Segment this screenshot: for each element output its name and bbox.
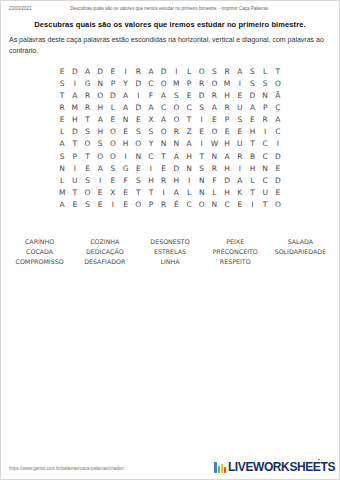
grid-cell-r5c2[interactable]: H — [69, 114, 82, 126]
word-item: LINHA — [137, 257, 202, 267]
grid-cell-r5c11[interactable]: T — [183, 114, 196, 126]
grid-cell-r10c13[interactable]: F — [208, 174, 221, 186]
grid-cell-r6c18[interactable]: C — [272, 126, 285, 138]
grid-cell-r7c9[interactable]: N — [157, 138, 170, 150]
word-item: PRÉCONCEITO — [203, 247, 268, 257]
instructions-text: As palavras deste caça palavras estão es… — [9, 35, 331, 56]
grid-cell-r2c17[interactable]: S — [259, 77, 272, 89]
grid-cell-r7c17[interactable]: C — [259, 138, 272, 150]
grid-cell-r2c9[interactable]: O — [157, 77, 170, 89]
grid-cell-r7c1[interactable]: A — [56, 138, 69, 150]
grid-cell-r1c5[interactable]: E — [107, 65, 120, 77]
grid-cell-r6c4[interactable]: H — [94, 126, 107, 138]
grid-cell-r12c1[interactable]: A — [56, 199, 69, 211]
grid-cell-r3c6[interactable]: A — [119, 89, 132, 101]
grid-cell-r8c12[interactable]: T — [195, 150, 208, 162]
grid-cell-r11c14[interactable]: H — [221, 186, 234, 198]
grid-cell-r11c2[interactable]: T — [69, 186, 82, 198]
grid-cell-r8c5[interactable]: O — [107, 150, 120, 162]
grid-cell-r11c3[interactable]: O — [81, 186, 94, 198]
liveworksheets-logo[interactable]: LIVEWORKSHEETS — [214, 460, 335, 474]
grid-cell-r12c9[interactable]: R — [157, 199, 170, 211]
grid-cell-r11c10[interactable]: A — [170, 186, 183, 198]
grid-cell-r5c18[interactable]: A — [272, 114, 285, 126]
grid-cell-r4c5[interactable]: L — [107, 101, 120, 113]
grid-cell-r2c3[interactable]: G — [81, 77, 94, 89]
grid-cell-r11c4[interactable]: E — [94, 186, 107, 198]
grid-cell-r9c14[interactable]: H — [221, 162, 234, 174]
grid-cell-r5c12[interactable]: I — [195, 114, 208, 126]
logo-bar-green — [218, 466, 220, 473]
grid-cell-r5c7[interactable]: E — [132, 114, 145, 126]
grid-cell-r3c5[interactable]: D — [107, 89, 120, 101]
word-item: COZINHA — [72, 237, 137, 247]
grid-cell-r12c7[interactable]: O — [132, 199, 145, 211]
grid-cell-r6c16[interactable]: H — [246, 126, 259, 138]
grid-cell-r1c10[interactable]: I — [170, 65, 183, 77]
grid-cell-r6c9[interactable]: O — [157, 126, 170, 138]
grid-cell-r1c6[interactable]: I — [119, 65, 132, 77]
grid-cell-r2c5[interactable]: P — [107, 77, 120, 89]
grid-cell-r7c4[interactable]: S — [94, 138, 107, 150]
print-doc-title: Descubras quais são os valores que iremo… — [32, 6, 331, 11]
grid-cell-r5c4[interactable]: A — [94, 114, 107, 126]
grid-cell-r2c6[interactable]: Y — [119, 77, 132, 89]
grid-cell-r10c1[interactable]: L — [56, 174, 69, 186]
grid-cell-r4c15[interactable]: U — [233, 101, 246, 113]
grid-cell-r8c1[interactable]: S — [56, 150, 69, 162]
grid-cell-r2c12[interactable]: R — [195, 77, 208, 89]
grid-cell-r10c7[interactable]: S — [132, 174, 145, 186]
grid-cell-r9c10[interactable]: D — [170, 162, 183, 174]
grid-cell-r1c7[interactable]: R — [132, 65, 145, 77]
grid-cell-r4c7[interactable]: D — [132, 101, 145, 113]
logo-accent-dots — [318, 459, 322, 460]
grid-cell-r6c3[interactable]: S — [81, 126, 94, 138]
grid-cell-r10c11[interactable]: I — [183, 174, 196, 186]
word-item: COCADA — [7, 247, 72, 257]
grid-cell-r5c5[interactable]: E — [107, 114, 120, 126]
grid-cell-r10c17[interactable]: C — [259, 174, 272, 186]
word-item: DESONESTO — [137, 237, 202, 247]
grid-cell-r12c16[interactable]: I — [246, 199, 259, 211]
grid-cell-r6c13[interactable]: O — [208, 126, 221, 138]
grid-cell-r10c8[interactable]: H — [145, 174, 158, 186]
logo-bar-red — [224, 467, 226, 473]
grid-cell-r9c5[interactable]: S — [107, 162, 120, 174]
word-item: SOLIDARIEDADE — [268, 247, 333, 257]
word-item: ESTRELAS — [137, 247, 202, 257]
grid-cell-r8c2[interactable]: P — [69, 150, 82, 162]
word-item: DEDICAÇÃO — [72, 247, 137, 257]
grid-cell-r8c14[interactable]: A — [221, 150, 234, 162]
grid-cell-r11c13[interactable]: L — [208, 186, 221, 198]
worksheet-page: 23/03/2021 Descubras quais são os valore… — [0, 0, 340, 480]
grid-cell-r12c4[interactable]: E — [94, 199, 107, 211]
word-search-grid[interactable]: EDADEIRADILOSRASLTSIGNPYDCOMPROMISSOTARO… — [56, 65, 284, 211]
grid-cell-r7c6[interactable]: H — [119, 138, 132, 150]
logo-bar-yellow — [221, 464, 223, 473]
grid-cell-r11c17[interactable]: U — [259, 186, 272, 198]
grid-cell-r12c18[interactable]: O — [272, 199, 285, 211]
grid-cell-r4c1[interactable]: R — [56, 101, 69, 113]
grid-cell-r11c8[interactable]: T — [145, 186, 158, 198]
grid-cell-r2c14[interactable]: M — [221, 77, 234, 89]
grid-cell-r9c3[interactable]: E — [81, 162, 94, 174]
grid-cell-r7c3[interactable]: O — [81, 138, 94, 150]
grid-cell-r5c8[interactable]: X — [145, 114, 158, 126]
grid-cell-r5c3[interactable]: T — [81, 114, 94, 126]
grid-cell-r4c9[interactable]: C — [157, 101, 170, 113]
grid-cell-r11c15[interactable]: K — [233, 186, 246, 198]
grid-cell-r4c11[interactable]: C — [183, 101, 196, 113]
grid-cell-r8c15[interactable]: R — [233, 150, 246, 162]
grid-cell-r3c13[interactable]: R — [208, 89, 221, 101]
grid-cell-r4c8[interactable]: A — [145, 101, 158, 113]
grid-cell-r1c17[interactable]: L — [259, 65, 272, 77]
grid-cell-r1c4[interactable]: D — [94, 65, 107, 77]
footer-url-link[interactable]: https://www.geniol.com.br/palavras/caca-… — [9, 466, 124, 471]
grid-cell-r11c18[interactable]: E — [272, 186, 285, 198]
word-list-column-2: COZINHADEDICAÇÃODESAFIADOR — [72, 237, 137, 267]
grid-cell-r12c14[interactable]: C — [221, 199, 234, 211]
grid-cell-r11c1[interactable]: M — [56, 186, 69, 198]
grid-cell-r3c15[interactable]: E — [233, 89, 246, 101]
grid-cell-r3c1[interactable]: T — [56, 89, 69, 101]
grid-cell-r8c9[interactable]: T — [157, 150, 170, 162]
word-list-column-4: PEIXEPRÉCONCEITORESPEITO — [203, 237, 268, 267]
grid-cell-r8c4[interactable]: O — [94, 150, 107, 162]
grid-cell-r12c2[interactable]: E — [69, 199, 82, 211]
grid-cell-r5c15[interactable]: S — [233, 114, 246, 126]
grid-cell-r11c7[interactable]: T — [132, 186, 145, 198]
grid-cell-r12c8[interactable]: P — [145, 199, 158, 211]
grid-cell-r10c18[interactable]: D — [272, 174, 285, 186]
grid-cell-r3c17[interactable]: N — [259, 89, 272, 101]
grid-cell-r2c4[interactable]: N — [94, 77, 107, 89]
logo-bars-icon — [214, 462, 226, 473]
grid-cell-r10c14[interactable]: D — [221, 174, 234, 186]
grid-cell-r5c13[interactable]: E — [208, 114, 221, 126]
grid-cell-r6c8[interactable]: S — [145, 126, 158, 138]
grid-cell-r9c7[interactable]: E — [132, 162, 145, 174]
grid-cell-r7c15[interactable]: U — [233, 138, 246, 150]
grid-cell-r4c6[interactable]: A — [119, 101, 132, 113]
grid-cell-r1c9[interactable]: D — [157, 65, 170, 77]
grid-cell-r1c1[interactable]: E — [56, 65, 69, 77]
grid-cell-r8c17[interactable]: C — [259, 150, 272, 162]
word-item: COMPROMISSO — [7, 257, 72, 267]
worksheet-title: Descubras quais são os valores que iremo… — [1, 20, 339, 29]
grid-cell-r5c9[interactable]: A — [157, 114, 170, 126]
word-item: SALADA — [268, 237, 333, 247]
grid-cell-r2c11[interactable]: P — [183, 77, 196, 89]
grid-cell-r3c10[interactable]: S — [170, 89, 183, 101]
grid-cell-r8c7[interactable]: N — [132, 150, 145, 162]
grid-cell-r3c7[interactable]: I — [132, 89, 145, 101]
grid-cell-r10c15[interactable]: A — [233, 174, 246, 186]
grid-cell-r9c6[interactable]: G — [119, 162, 132, 174]
grid-cell-r6c2[interactable]: D — [69, 126, 82, 138]
word-item: CARINHO — [7, 237, 72, 247]
grid-cell-r7c10[interactable]: N — [170, 138, 183, 150]
grid-cell-r7c12[interactable]: I — [195, 138, 208, 150]
grid-cell-r2c8[interactable]: C — [145, 77, 158, 89]
grid-cell-r8c18[interactable]: D — [272, 150, 285, 162]
grid-cell-r1c11[interactable]: L — [183, 65, 196, 77]
grid-cell-r8c3[interactable]: T — [81, 150, 94, 162]
grid-cell-r3c8[interactable]: F — [145, 89, 158, 101]
grid-cell-r5c14[interactable]: P — [221, 114, 234, 126]
word-list-column-5: SALADASOLIDARIEDADE — [268, 237, 333, 267]
grid-cell-r4c18[interactable]: Ç — [272, 101, 285, 113]
grid-cell-r6c11[interactable]: Z — [183, 126, 196, 138]
grid-cell-r6c10[interactable]: R — [170, 126, 183, 138]
grid-cell-r4c13[interactable]: A — [208, 101, 221, 113]
grid-cell-r9c15[interactable]: I — [233, 162, 246, 174]
grid-cell-r2c18[interactable]: O — [272, 77, 285, 89]
grid-cell-r11c9[interactable]: I — [157, 186, 170, 198]
grid-cell-r9c1[interactable]: N — [56, 162, 69, 174]
grid-cell-r6c7[interactable]: S — [132, 126, 145, 138]
grid-cell-r10c6[interactable]: F — [119, 174, 132, 186]
grid-cell-r3c14[interactable]: H — [221, 89, 234, 101]
word-list: CARINHOCOCADACOMPROMISSOCOZINHADEDICAÇÃO… — [7, 237, 333, 267]
grid-cell-r8c6[interactable]: I — [119, 150, 132, 162]
grid-cell-r7c13[interactable]: W — [208, 138, 221, 150]
grid-cell-r9c2[interactable]: I — [69, 162, 82, 174]
grid-cell-r10c10[interactable]: H — [170, 174, 183, 186]
grid-cell-r6c17[interactable]: I — [259, 126, 272, 138]
grid-cell-r3c12[interactable]: D — [195, 89, 208, 101]
grid-cell-r8c13[interactable]: N — [208, 150, 221, 162]
grid-cell-r9c8[interactable]: I — [145, 162, 158, 174]
grid-cell-r5c6[interactable]: N — [119, 114, 132, 126]
grid-cell-r11c5[interactable]: X — [107, 186, 120, 198]
grid-cell-r7c7[interactable]: O — [132, 138, 145, 150]
grid-cell-r12c11[interactable]: C — [183, 199, 196, 211]
grid-cell-r9c18[interactable]: E — [272, 162, 285, 174]
grid-cell-r5c1[interactable]: E — [56, 114, 69, 126]
grid-cell-r9c13[interactable]: R — [208, 162, 221, 174]
word-item: RESPEITO — [203, 257, 268, 267]
grid-cell-r10c9[interactable]: R — [157, 174, 170, 186]
grid-cell-r9c9[interactable]: E — [157, 162, 170, 174]
grid-cell-r6c14[interactable]: E — [221, 126, 234, 138]
grid-cell-r4c3[interactable]: R — [81, 101, 94, 113]
grid-cell-r9c12[interactable]: S — [195, 162, 208, 174]
grid-cell-r1c8[interactable]: A — [145, 65, 158, 77]
grid-cell-r12c5[interactable]: I — [107, 199, 120, 211]
grid-cell-r5c10[interactable]: O — [170, 114, 183, 126]
grid-cell-r4c16[interactable]: A — [246, 101, 259, 113]
grid-cell-r1c14[interactable]: R — [221, 65, 234, 77]
grid-cell-r3c11[interactable]: E — [183, 89, 196, 101]
grid-cell-r1c16[interactable]: S — [246, 65, 259, 77]
grid-cell-r3c18[interactable]: Ã — [272, 89, 285, 101]
grid-cell-r7c5[interactable]: O — [107, 138, 120, 150]
grid-cell-r5c16[interactable]: E — [246, 114, 259, 126]
grid-cell-r7c8[interactable]: Y — [145, 138, 158, 150]
grid-cell-r9c17[interactable]: N — [259, 162, 272, 174]
print-header: 23/03/2021 Descubras quais são os valore… — [1, 1, 339, 11]
grid-cell-r1c12[interactable]: O — [195, 65, 208, 77]
grid-cell-r2c2[interactable]: I — [69, 77, 82, 89]
grid-cell-r1c18[interactable]: T — [272, 65, 285, 77]
logo-text: LIVEWORKSHEETS — [228, 460, 335, 474]
grid-cell-r2c13[interactable]: O — [208, 77, 221, 89]
grid-cell-r7c18[interactable]: I — [272, 138, 285, 150]
grid-cell-r10c16[interactable]: L — [246, 174, 259, 186]
grid-cell-r7c2[interactable]: T — [69, 138, 82, 150]
grid-cell-r3c2[interactable]: A — [69, 89, 82, 101]
grid-cell-r11c12[interactable]: N — [195, 186, 208, 198]
grid-cell-r11c16[interactable]: T — [246, 186, 259, 198]
word-list-column-1: CARINHOCOCADACOMPROMISSO — [7, 237, 72, 267]
grid-cell-r10c5[interactable]: E — [107, 174, 120, 186]
grid-cell-r12c12[interactable]: O — [195, 199, 208, 211]
grid-cell-r10c3[interactable]: S — [81, 174, 94, 186]
grid-cell-r1c15[interactable]: A — [233, 65, 246, 77]
grid-cell-r3c9[interactable]: A — [157, 89, 170, 101]
grid-cell-r2c1[interactable]: S — [56, 77, 69, 89]
grid-cell-r2c7[interactable]: D — [132, 77, 145, 89]
grid-cell-r9c4[interactable]: A — [94, 162, 107, 174]
grid-cell-r6c1[interactable]: L — [56, 126, 69, 138]
grid-cell-r4c10[interactable]: O — [170, 101, 183, 113]
grid-cell-r2c10[interactable]: M — [170, 77, 183, 89]
grid-cell-r8c16[interactable]: B — [246, 150, 259, 162]
word-item: PEIXE — [203, 237, 268, 247]
grid-cell-r3c16[interactable]: D — [246, 89, 259, 101]
grid-cell-r4c2[interactable]: M — [69, 101, 82, 113]
grid-cell-r12c6[interactable]: E — [119, 199, 132, 211]
grid-cell-r11c11[interactable]: L — [183, 186, 196, 198]
word-list-column-3: DESONESTOESTRELASLINHA — [137, 237, 202, 267]
grid-cell-r10c12[interactable]: N — [195, 174, 208, 186]
grid-cell-r6c5[interactable]: O — [107, 126, 120, 138]
grid-cell-r9c11[interactable]: N — [183, 162, 196, 174]
grid-cell-r1c13[interactable]: S — [208, 65, 221, 77]
logo-wordmark: LIVEWORKSHEETS — [228, 460, 335, 474]
grid-cell-r1c2[interactable]: D — [69, 65, 82, 77]
grid-cell-r12c17[interactable]: T — [259, 199, 272, 211]
grid-cell-r11c6[interactable]: E — [119, 186, 132, 198]
grid-cell-r12c3[interactable]: S — [81, 199, 94, 211]
word-item: DESAFIADOR — [72, 257, 137, 267]
grid-cell-r12c13[interactable]: N — [208, 199, 221, 211]
grid-cell-r5c17[interactable]: R — [259, 114, 272, 126]
grid-cell-r4c14[interactable]: R — [221, 101, 234, 113]
grid-cell-r6c12[interactable]: E — [195, 126, 208, 138]
logo-bar-blue — [214, 462, 217, 473]
grid-cell-r3c3[interactable]: R — [81, 89, 94, 101]
grid-cell-r7c14[interactable]: H — [221, 138, 234, 150]
grid-cell-r8c11[interactable]: H — [183, 150, 196, 162]
grid-cell-r6c15[interactable]: E — [233, 126, 246, 138]
grid-cell-r2c16[interactable]: S — [246, 77, 259, 89]
grid-cell-r7c11[interactable]: A — [183, 138, 196, 150]
grid-cell-r6c6[interactable]: E — [119, 126, 132, 138]
print-date: 23/03/2021 — [9, 6, 32, 11]
grid-cell-r1c3[interactable]: A — [81, 65, 94, 77]
grid-cell-r10c4[interactable]: I — [94, 174, 107, 186]
grid-cell-r4c12[interactable]: S — [195, 101, 208, 113]
grid-cell-r9c16[interactable]: H — [246, 162, 259, 174]
grid-cell-r4c4[interactable]: H — [94, 101, 107, 113]
grid-cell-r8c8[interactable]: C — [145, 150, 158, 162]
grid-cell-r3c4[interactable]: O — [94, 89, 107, 101]
grid-cell-r10c2[interactable]: U — [69, 174, 82, 186]
grid-cell-r12c10[interactable]: É — [170, 199, 183, 211]
grid-cell-r4c17[interactable]: P — [259, 101, 272, 113]
grid-cell-r8c10[interactable]: A — [170, 150, 183, 162]
grid-cell-r2c15[interactable]: I — [233, 77, 246, 89]
grid-cell-r7c16[interactable]: T — [246, 138, 259, 150]
grid-cell-r12c15[interactable]: E — [233, 199, 246, 211]
